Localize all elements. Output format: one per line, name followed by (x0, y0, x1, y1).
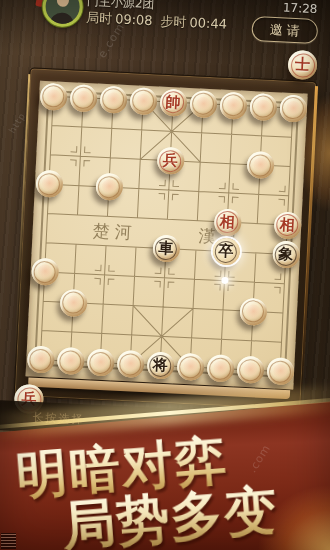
piece-glyph (239, 297, 267, 325)
piece-black-将[interactable]: 将 (146, 351, 174, 379)
piece-black-象[interactable]: 象 (272, 240, 300, 268)
piece-glyph: 兵 (156, 147, 184, 175)
move-hint-dot[interactable] (221, 277, 228, 284)
piece-hidden[interactable] (249, 92, 277, 120)
piece-hidden[interactable] (35, 170, 63, 198)
piece-hidden[interactable] (59, 289, 87, 317)
piece-glyph (39, 82, 67, 110)
piece-glyph (56, 347, 84, 375)
piece-hidden[interactable] (176, 353, 204, 381)
screenshot-scene: 门主小源2团 局时09:08步时00:44 17:28 邀请 楚河 漢界 帥兵相… (0, 0, 330, 550)
piece-hidden[interactable] (236, 356, 264, 384)
game-time-label: 局时 (86, 10, 113, 26)
river-label-left: 楚河 (82, 216, 147, 247)
piece-red-相[interactable]: 相 (213, 208, 241, 236)
piece-hidden[interactable] (95, 173, 123, 201)
piece-glyph (189, 90, 217, 118)
piece-glyph: 車 (152, 234, 180, 262)
piece-hidden[interactable] (206, 354, 234, 382)
move-time-label: 步时 (160, 13, 187, 29)
piece-glyph (35, 170, 63, 198)
piece-glyph (99, 85, 127, 113)
piece-glyph (176, 353, 204, 381)
piece-glyph: 帥 (159, 88, 187, 116)
piece-glyph (266, 357, 294, 385)
piece-glyph: 相 (273, 211, 301, 239)
piece-glyph (59, 289, 87, 317)
piece-glyph (129, 87, 157, 115)
piece-glyph (31, 258, 59, 286)
piece-glyph: 象 (272, 240, 300, 268)
piece-glyph (236, 356, 264, 384)
piece-glyph: 士 (287, 50, 317, 80)
piece-glyph (86, 348, 114, 376)
board[interactable]: 楚河 漢界 帥兵相相車卒象将 (26, 81, 308, 390)
piece-glyph (95, 173, 123, 201)
piece-hidden[interactable] (266, 357, 294, 385)
piece-hidden[interactable] (99, 85, 127, 113)
piece-glyph: 相 (213, 208, 241, 236)
status-clock: 17:28 (283, 0, 318, 16)
piece-glyph: 卒 (212, 237, 240, 265)
piece-red-兵[interactable]: 兵 (156, 147, 184, 175)
piece-red-帥[interactable]: 帥 (159, 88, 187, 116)
piece-glyph (279, 94, 307, 122)
captured-piece-士: 士 (287, 50, 317, 80)
piece-red-相[interactable]: 相 (273, 211, 301, 239)
piece-hidden[interactable] (86, 348, 114, 376)
piece-glyph (206, 354, 234, 382)
piece-hidden[interactable] (189, 90, 217, 118)
fine-print-block (1, 533, 16, 549)
piece-hidden[interactable] (219, 91, 247, 119)
piece-hidden[interactable] (39, 82, 67, 110)
piece-hidden[interactable] (239, 297, 267, 325)
invite-button[interactable]: 邀请 (251, 16, 318, 44)
piece-glyph (246, 151, 274, 179)
piece-glyph: 将 (146, 351, 174, 379)
piece-glyph (26, 346, 54, 374)
piece-glyph (69, 84, 97, 112)
move-time-value: 00:44 (189, 15, 227, 32)
piece-glyph (249, 92, 277, 120)
piece-hidden[interactable] (31, 258, 59, 286)
piece-black-車[interactable]: 車 (152, 234, 180, 262)
piece-black-卒[interactable]: 卒 (212, 237, 240, 265)
piece-hidden[interactable] (69, 84, 97, 112)
piece-hidden[interactable] (116, 350, 144, 378)
piece-glyph (219, 91, 247, 119)
piece-hidden[interactable] (26, 346, 54, 374)
piece-hidden[interactable] (279, 94, 307, 122)
piece-hidden[interactable] (246, 151, 274, 179)
piece-hidden[interactable] (129, 87, 157, 115)
piece-hidden[interactable] (56, 347, 84, 375)
piece-glyph (116, 350, 144, 378)
board-frame: 楚河 漢界 帥兵相相車卒象将 (14, 67, 318, 411)
